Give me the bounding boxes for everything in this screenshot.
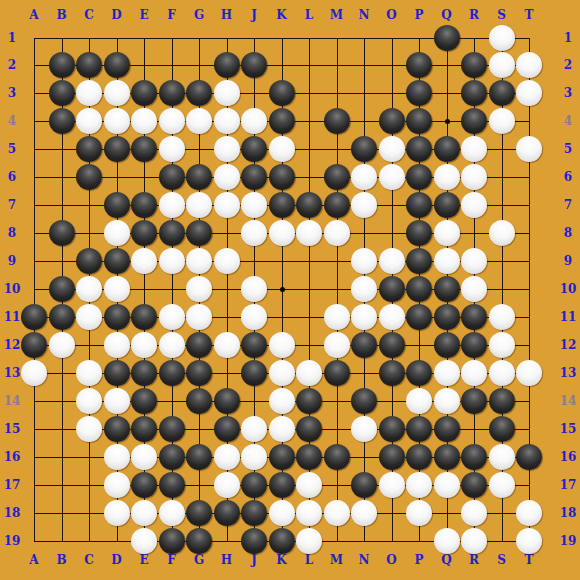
black-stone-o12[interactable] [379,332,405,358]
col-label-bottom-p: P [414,553,423,567]
row-label-left-2: 2 [8,58,16,72]
white-stone-j4[interactable] [241,108,267,134]
black-stone-m6[interactable] [324,164,350,190]
black-stone-m7[interactable] [324,192,350,218]
white-stone-n18[interactable] [351,500,377,526]
col-label-bottom-d: D [111,553,121,567]
white-stone-j10[interactable] [241,276,267,302]
white-stone-t18[interactable] [516,500,542,526]
black-stone-d11[interactable] [104,304,130,330]
black-stone-j5[interactable] [241,136,267,162]
black-stone-p8[interactable] [406,220,432,246]
black-stone-e14[interactable] [131,388,157,414]
black-stone-l14[interactable] [296,388,322,414]
white-stone-r19[interactable] [461,528,487,554]
col-label-bottom-s: S [497,553,506,567]
black-stone-g16[interactable] [186,444,212,470]
black-stone-m16[interactable] [324,444,350,470]
row-label-left-10: 10 [4,282,21,296]
white-stone-n6[interactable] [351,164,377,190]
row-label-right-9: 9 [564,254,572,268]
white-stone-f5[interactable] [159,136,185,162]
white-stone-j15[interactable] [241,416,267,442]
white-stone-d8[interactable] [104,220,130,246]
row-label-left-14: 14 [4,394,21,408]
white-stone-g7[interactable] [186,192,212,218]
black-stone-k7[interactable] [269,192,295,218]
white-stone-f12[interactable] [159,332,185,358]
col-label-top-t: T [525,8,534,22]
black-stone-p3[interactable] [406,80,432,106]
white-stone-t5[interactable] [516,136,542,162]
star-point-k10 [280,287,285,292]
black-stone-j2[interactable] [241,52,267,78]
white-stone-k14[interactable] [269,388,295,414]
row-label-left-8: 8 [8,226,16,240]
black-stone-r12[interactable] [461,332,487,358]
white-stone-d18[interactable] [104,500,130,526]
row-label-left-4: 4 [8,114,16,128]
black-stone-r16[interactable] [461,444,487,470]
black-stone-r14[interactable] [461,388,487,414]
col-label-top-k: K [276,8,286,22]
black-stone-j19[interactable] [241,528,267,554]
white-stone-g10[interactable] [186,276,212,302]
white-stone-e16[interactable] [131,444,157,470]
white-stone-q17[interactable] [434,472,460,498]
white-stone-g11[interactable] [186,304,212,330]
white-stone-f11[interactable] [159,304,185,330]
black-stone-j17[interactable] [241,472,267,498]
white-stone-f18[interactable] [159,500,185,526]
black-stone-d7[interactable] [104,192,130,218]
white-stone-l19[interactable] [296,528,322,554]
black-stone-d15[interactable] [104,416,130,442]
black-stone-f8[interactable] [159,220,185,246]
row-label-right-14: 14 [560,394,577,408]
white-stone-d3[interactable] [104,80,130,106]
white-stone-r6[interactable] [461,164,487,190]
white-stone-p18[interactable] [406,500,432,526]
white-stone-h17[interactable] [214,472,240,498]
grid-vline [34,38,35,542]
white-stone-j11[interactable] [241,304,267,330]
black-stone-n5[interactable] [351,136,377,162]
col-label-bottom-j: J [251,553,257,567]
black-stone-p15[interactable] [406,416,432,442]
black-stone-s3[interactable] [489,80,515,106]
black-stone-b4[interactable] [49,108,75,134]
row-label-right-19: 19 [560,534,577,548]
black-stone-q7[interactable] [434,192,460,218]
white-stone-r18[interactable] [461,500,487,526]
white-stone-l17[interactable] [296,472,322,498]
black-stone-c9[interactable] [76,248,102,274]
row-label-left-12: 12 [4,338,21,352]
black-stone-n12[interactable] [351,332,377,358]
black-stone-g19[interactable] [186,528,212,554]
black-stone-r4[interactable] [461,108,487,134]
col-label-bottom-c: C [84,553,94,567]
white-stone-o11[interactable] [379,304,405,330]
white-stone-k18[interactable] [269,500,295,526]
row-label-left-9: 9 [8,254,16,268]
black-stone-l16[interactable] [296,444,322,470]
white-stone-e4[interactable] [131,108,157,134]
white-stone-q13[interactable] [434,360,460,386]
col-label-top-l: L [305,8,313,22]
black-stone-q12[interactable] [434,332,460,358]
white-stone-o17[interactable] [379,472,405,498]
col-label-top-r: R [469,8,479,22]
col-label-bottom-f: F [167,553,176,567]
white-stone-m8[interactable] [324,220,350,246]
black-stone-g13[interactable] [186,360,212,386]
col-label-top-s: S [497,8,506,22]
black-stone-d5[interactable] [104,136,130,162]
black-stone-e11[interactable] [131,304,157,330]
col-label-bottom-e: E [139,553,148,567]
col-label-bottom-a: A [29,553,38,567]
black-stone-c5[interactable] [76,136,102,162]
black-stone-n14[interactable] [351,388,377,414]
black-stone-o16[interactable] [379,444,405,470]
row-label-left-3: 3 [8,86,16,100]
row-label-right-3: 3 [564,86,572,100]
white-stone-s8[interactable] [489,220,515,246]
black-stone-e3[interactable] [131,80,157,106]
black-stone-h15[interactable] [214,416,240,442]
black-stone-p13[interactable] [406,360,432,386]
row-label-right-8: 8 [564,226,572,240]
black-stone-h2[interactable] [214,52,240,78]
white-stone-p14[interactable] [406,388,432,414]
col-label-bottom-t: T [525,553,534,567]
black-stone-l15[interactable] [296,416,322,442]
white-stone-m11[interactable] [324,304,350,330]
white-stone-h12[interactable] [214,332,240,358]
row-label-left-7: 7 [8,198,16,212]
black-stone-p5[interactable] [406,136,432,162]
black-stone-b10[interactable] [49,276,75,302]
black-stone-f19[interactable] [159,528,185,554]
black-stone-e13[interactable] [131,360,157,386]
white-stone-k8[interactable] [269,220,295,246]
white-stone-e18[interactable] [131,500,157,526]
black-stone-p11[interactable] [406,304,432,330]
white-stone-c15[interactable] [76,416,102,442]
white-stone-r13[interactable] [461,360,487,386]
black-stone-s15[interactable] [489,416,515,442]
col-label-top-n: N [359,8,370,22]
col-label-bottom-h: H [221,553,232,567]
white-stone-j8[interactable] [241,220,267,246]
white-stone-r10[interactable] [461,276,487,302]
black-stone-p16[interactable] [406,444,432,470]
white-stone-h3[interactable] [214,80,240,106]
white-stone-o9[interactable] [379,248,405,274]
white-stone-s12[interactable] [489,332,515,358]
row-label-left-11: 11 [4,310,21,324]
black-stone-p4[interactable] [406,108,432,134]
white-stone-r7[interactable] [461,192,487,218]
white-stone-q6[interactable] [434,164,460,190]
black-stone-q10[interactable] [434,276,460,302]
white-stone-n15[interactable] [351,416,377,442]
white-stone-t19[interactable] [516,528,542,554]
col-label-top-b: B [56,8,66,22]
white-stone-c3[interactable] [76,80,102,106]
black-stone-o13[interactable] [379,360,405,386]
white-stone-c14[interactable] [76,388,102,414]
white-stone-n7[interactable] [351,192,377,218]
white-stone-q9[interactable] [434,248,460,274]
white-stone-h5[interactable] [214,136,240,162]
white-stone-j7[interactable] [241,192,267,218]
white-stone-l8[interactable] [296,220,322,246]
white-stone-k12[interactable] [269,332,295,358]
white-stone-d10[interactable] [104,276,130,302]
white-stone-n11[interactable] [351,304,377,330]
black-stone-g3[interactable] [186,80,212,106]
white-stone-q14[interactable] [434,388,460,414]
black-stone-r11[interactable] [461,304,487,330]
black-stone-f17[interactable] [159,472,185,498]
black-stone-j18[interactable] [241,500,267,526]
black-stone-k16[interactable] [269,444,295,470]
row-label-right-11: 11 [560,310,577,324]
black-stone-f16[interactable] [159,444,185,470]
white-stone-d4[interactable] [104,108,130,134]
col-label-bottom-r: R [469,553,479,567]
black-stone-k4[interactable] [269,108,295,134]
row-label-right-13: 13 [560,366,577,380]
white-stone-n10[interactable] [351,276,377,302]
black-stone-f3[interactable] [159,80,185,106]
white-stone-s1[interactable] [489,25,515,51]
row-label-right-15: 15 [560,422,577,436]
black-stone-h14[interactable] [214,388,240,414]
white-stone-h16[interactable] [214,444,240,470]
black-stone-j13[interactable] [241,360,267,386]
white-stone-e9[interactable] [131,248,157,274]
black-stone-b3[interactable] [49,80,75,106]
col-label-bottom-k: K [276,553,286,567]
black-stone-a11[interactable] [21,304,47,330]
col-label-bottom-b: B [56,553,66,567]
row-label-right-18: 18 [560,506,577,520]
white-stone-m12[interactable] [324,332,350,358]
white-stone-o5[interactable] [379,136,405,162]
black-stone-s14[interactable] [489,388,515,414]
col-label-top-q: Q [441,8,451,22]
white-stone-g9[interactable] [186,248,212,274]
black-stone-g18[interactable] [186,500,212,526]
white-stone-s13[interactable] [489,360,515,386]
white-stone-h6[interactable] [214,164,240,190]
white-stone-d12[interactable] [104,332,130,358]
black-stone-o15[interactable] [379,416,405,442]
row-label-left-18: 18 [4,506,21,520]
row-label-left-13: 13 [4,366,21,380]
white-stone-j16[interactable] [241,444,267,470]
white-stone-f7[interactable] [159,192,185,218]
white-stone-l18[interactable] [296,500,322,526]
black-stone-n17[interactable] [351,472,377,498]
black-stone-k17[interactable] [269,472,295,498]
white-stone-e12[interactable] [131,332,157,358]
white-stone-f9[interactable] [159,248,185,274]
col-label-top-c: C [84,8,94,22]
white-stone-k15[interactable] [269,416,295,442]
col-label-top-a: A [29,8,38,22]
row-label-left-17: 17 [4,478,21,492]
col-label-top-p: P [414,8,423,22]
black-stone-p2[interactable] [406,52,432,78]
black-stone-l7[interactable] [296,192,322,218]
black-stone-p9[interactable] [406,248,432,274]
white-stone-s11[interactable] [489,304,515,330]
black-stone-r17[interactable] [461,472,487,498]
black-stone-o10[interactable] [379,276,405,302]
black-stone-q15[interactable] [434,416,460,442]
black-stone-e15[interactable] [131,416,157,442]
white-stone-d14[interactable] [104,388,130,414]
black-stone-p10[interactable] [406,276,432,302]
black-stone-c6[interactable] [76,164,102,190]
col-label-top-h: H [221,8,232,22]
white-stone-q19[interactable] [434,528,460,554]
row-label-right-5: 5 [564,142,572,156]
black-stone-k6[interactable] [269,164,295,190]
row-label-right-6: 6 [564,170,572,184]
black-stone-q16[interactable] [434,444,460,470]
col-label-top-e: E [139,8,148,22]
row-label-right-12: 12 [560,338,577,352]
row-label-left-16: 16 [4,450,21,464]
white-stone-s17[interactable] [489,472,515,498]
white-stone-d17[interactable] [104,472,130,498]
white-stone-c4[interactable] [76,108,102,134]
black-stone-g14[interactable] [186,388,212,414]
black-stone-q5[interactable] [434,136,460,162]
white-stone-p17[interactable] [406,472,432,498]
black-stone-j6[interactable] [241,164,267,190]
white-stone-k13[interactable] [269,360,295,386]
black-stone-e17[interactable] [131,472,157,498]
col-label-top-d: D [111,8,121,22]
col-label-top-f: F [167,8,176,22]
col-label-top-o: O [386,8,396,22]
black-stone-g8[interactable] [186,220,212,246]
black-stone-a12[interactable] [21,332,47,358]
star-point-q4 [445,119,450,124]
white-stone-k5[interactable] [269,136,295,162]
row-label-left-15: 15 [4,422,21,436]
black-stone-c2[interactable] [76,52,102,78]
white-stone-q8[interactable] [434,220,460,246]
white-stone-e19[interactable] [131,528,157,554]
white-stone-f4[interactable] [159,108,185,134]
white-stone-s16[interactable] [489,444,515,470]
black-stone-e5[interactable] [131,136,157,162]
black-stone-d13[interactable] [104,360,130,386]
black-stone-k3[interactable] [269,80,295,106]
black-stone-t16[interactable] [516,444,542,470]
white-stone-t2[interactable] [516,52,542,78]
row-label-left-6: 6 [8,170,16,184]
go-board[interactable]: AABBCCDDEEFFGGHHJJKKLLMMNNOOPPQQRRSSTT11… [0,0,580,580]
white-stone-h9[interactable] [214,248,240,274]
black-stone-q1[interactable] [434,25,460,51]
white-stone-m18[interactable] [324,500,350,526]
col-label-bottom-o: O [386,553,396,567]
black-stone-p7[interactable] [406,192,432,218]
row-label-right-4: 4 [564,114,572,128]
col-label-top-m: M [330,8,343,22]
black-stone-b8[interactable] [49,220,75,246]
white-stone-c11[interactable] [76,304,102,330]
black-stone-d9[interactable] [104,248,130,274]
white-stone-d16[interactable] [104,444,130,470]
white-stone-r5[interactable] [461,136,487,162]
black-stone-p6[interactable] [406,164,432,190]
black-stone-h18[interactable] [214,500,240,526]
row-label-right-17: 17 [560,478,577,492]
black-stone-q11[interactable] [434,304,460,330]
white-stone-n9[interactable] [351,248,377,274]
black-stone-f6[interactable] [159,164,185,190]
black-stone-m13[interactable] [324,360,350,386]
black-stone-f13[interactable] [159,360,185,386]
white-stone-t3[interactable] [516,80,542,106]
row-label-right-2: 2 [564,58,572,72]
black-stone-o4[interactable] [379,108,405,134]
white-stone-t13[interactable] [516,360,542,386]
black-stone-b2[interactable] [49,52,75,78]
white-stone-s4[interactable] [489,108,515,134]
black-stone-k19[interactable] [269,528,295,554]
row-label-left-19: 19 [4,534,21,548]
black-stone-b11[interactable] [49,304,75,330]
white-stone-g4[interactable] [186,108,212,134]
white-stone-s2[interactable] [489,52,515,78]
white-stone-r9[interactable] [461,248,487,274]
black-stone-d2[interactable] [104,52,130,78]
black-stone-e7[interactable] [131,192,157,218]
white-stone-o6[interactable] [379,164,405,190]
go-game-screen: AABBCCDDEEFFGGHHJJKKLLMMNNOOPPQQRRSSTT11… [0,0,580,580]
row-label-right-16: 16 [560,450,577,464]
white-stone-c10[interactable] [76,276,102,302]
white-stone-c13[interactable] [76,360,102,386]
black-stone-m4[interactable] [324,108,350,134]
black-stone-g12[interactable] [186,332,212,358]
col-label-bottom-l: L [305,553,313,567]
white-stone-b12[interactable] [49,332,75,358]
black-stone-j12[interactable] [241,332,267,358]
black-stone-f15[interactable] [159,416,185,442]
black-stone-r3[interactable] [461,80,487,106]
white-stone-h7[interactable] [214,192,240,218]
white-stone-h4[interactable] [214,108,240,134]
black-stone-r2[interactable] [461,52,487,78]
col-label-top-j: J [251,8,257,22]
white-stone-a13[interactable] [21,360,47,386]
black-stone-g6[interactable] [186,164,212,190]
black-stone-e8[interactable] [131,220,157,246]
white-stone-l13[interactable] [296,360,322,386]
